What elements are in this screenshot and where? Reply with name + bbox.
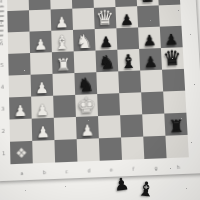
square-g4[interactable] bbox=[140, 70, 163, 93]
square-e6[interactable]: ♟ bbox=[95, 28, 118, 50]
square-f3[interactable] bbox=[119, 92, 142, 115]
rank-label-3: 3 bbox=[0, 97, 8, 119]
square-d1[interactable] bbox=[77, 138, 100, 161]
square-c5[interactable]: ♜ bbox=[52, 51, 75, 73]
square-e7[interactable]: ♛ bbox=[94, 7, 117, 29]
square-g7[interactable] bbox=[137, 5, 160, 27]
square-b7[interactable] bbox=[29, 9, 51, 31]
square-d3[interactable]: ♚ bbox=[75, 94, 98, 117]
square-a1[interactable]: ❖ bbox=[10, 141, 33, 164]
piece-white-knight-d6[interactable]: ♞ bbox=[76, 32, 94, 51]
file-label-f: f bbox=[122, 166, 145, 172]
file-label-d: d bbox=[78, 168, 101, 174]
captured-black-pawn[interactable]: ♟ bbox=[113, 175, 130, 194]
rank-label-4: 4 bbox=[0, 76, 7, 98]
square-g5[interactable]: ♟ bbox=[139, 48, 162, 70]
piece-white-pawn-d2[interactable]: ♟ bbox=[80, 123, 94, 139]
square-f4[interactable] bbox=[118, 71, 141, 94]
square-e1[interactable] bbox=[99, 137, 122, 160]
piece-white-pawn-b3[interactable]: ♟ bbox=[36, 103, 50, 119]
piece-white-queen-e7[interactable]: ♛ bbox=[95, 8, 114, 29]
square-d7[interactable] bbox=[72, 8, 94, 30]
piece-black-bishop-f5[interactable]: ♝ bbox=[120, 52, 138, 71]
rank-label-2: 2 bbox=[0, 120, 8, 143]
square-e4[interactable] bbox=[96, 71, 119, 94]
square-a5[interactable] bbox=[8, 53, 30, 76]
square-f2[interactable] bbox=[120, 114, 143, 137]
piece-black-pawn-g6[interactable]: ♟ bbox=[143, 34, 157, 49]
corner-ornament-icon: ❖ bbox=[15, 146, 27, 160]
file-label-c: c bbox=[55, 169, 78, 175]
square-c2[interactable] bbox=[54, 117, 77, 140]
piece-white-rook-c5[interactable]: ♜ bbox=[55, 56, 71, 73]
square-h5[interactable]: ♛ bbox=[161, 47, 184, 69]
square-f5[interactable]: ♝ bbox=[117, 49, 140, 71]
square-d5[interactable] bbox=[74, 51, 97, 73]
piece-white-king-d3[interactable]: ♚ bbox=[77, 95, 97, 117]
piece-white-pawn-a3[interactable]: ♟ bbox=[14, 104, 28, 120]
piece-white-pawn-b4[interactable]: ♟ bbox=[35, 81, 49, 96]
square-e3[interactable] bbox=[97, 93, 120, 116]
piece-black-pawn-g5[interactable]: ♟ bbox=[144, 55, 158, 70]
chess-board: ♚♟♛♟♟♝♞♟♟♟♜♞♝♟♛♟♞♟♟♚♟♟♜❖ abcdefgh 876543… bbox=[0, 0, 200, 181]
square-e5[interactable]: ♞ bbox=[96, 50, 119, 72]
piece-white-bishop-c6[interactable]: ♝ bbox=[54, 33, 71, 52]
square-c1[interactable] bbox=[54, 139, 77, 162]
board-grid: ♚♟♛♟♟♝♞♟♟♟♜♞♝♟♛♟♞♟♟♚♟♟♜❖ bbox=[7, 0, 189, 164]
square-b5[interactable] bbox=[30, 52, 52, 75]
rank-label-1: 1 bbox=[0, 142, 8, 165]
square-g2[interactable] bbox=[142, 114, 165, 137]
square-c7[interactable]: ♟ bbox=[51, 9, 73, 31]
square-d4[interactable]: ♞ bbox=[74, 72, 97, 95]
square-h3[interactable] bbox=[163, 91, 186, 114]
captured-black-bishop[interactable]: ♝ bbox=[136, 178, 156, 199]
square-f1[interactable] bbox=[121, 137, 144, 160]
square-c4[interactable] bbox=[53, 73, 76, 96]
piece-white-pawn-b2[interactable]: ♟ bbox=[36, 125, 50, 141]
file-label-a: a bbox=[11, 171, 33, 177]
piece-black-queen-h5[interactable]: ♛ bbox=[163, 48, 183, 69]
square-b2[interactable]: ♟ bbox=[32, 118, 55, 141]
file-label-e: e bbox=[100, 167, 123, 173]
square-a3[interactable]: ♟ bbox=[9, 97, 32, 120]
file-label-h: h bbox=[167, 164, 190, 170]
square-a7[interactable] bbox=[7, 10, 29, 32]
square-c6[interactable]: ♝ bbox=[51, 30, 73, 52]
square-g1[interactable] bbox=[143, 136, 166, 159]
file-labels: abcdefgh bbox=[11, 164, 190, 176]
square-b1[interactable] bbox=[32, 140, 55, 163]
square-a4[interactable] bbox=[9, 75, 31, 98]
piece-black-pawn-f7[interactable]: ♟ bbox=[120, 13, 134, 28]
chessboard-photo: ♚♟♛♟♟♝♞♟♟♟♜♞♝♟♛♟♞♟♟♚♟♟♜❖ abcdefgh 876543… bbox=[0, 0, 200, 200]
rank-label-5: 5 bbox=[0, 54, 7, 76]
file-label-b: b bbox=[33, 170, 56, 176]
square-h1[interactable] bbox=[165, 135, 188, 158]
square-b6[interactable]: ♟ bbox=[30, 31, 52, 53]
square-d6[interactable]: ♞ bbox=[73, 29, 96, 51]
square-h2[interactable]: ♜ bbox=[164, 113, 187, 136]
square-g3[interactable] bbox=[141, 92, 164, 115]
square-h4[interactable] bbox=[162, 69, 185, 92]
square-h7[interactable] bbox=[159, 5, 182, 27]
square-h6[interactable]: ♟ bbox=[160, 26, 183, 48]
square-b3[interactable]: ♟ bbox=[31, 96, 54, 119]
piece-white-pawn-c7[interactable]: ♟ bbox=[55, 16, 69, 31]
square-f7[interactable]: ♟ bbox=[115, 6, 138, 28]
square-b4[interactable]: ♟ bbox=[31, 74, 54, 97]
piece-white-pawn-b6[interactable]: ♟ bbox=[34, 38, 48, 53]
piece-black-pawn-e6[interactable]: ♟ bbox=[99, 35, 113, 50]
file-label-g: g bbox=[145, 165, 168, 171]
square-g6[interactable]: ♟ bbox=[138, 27, 161, 49]
square-d2[interactable]: ♟ bbox=[76, 116, 99, 139]
piece-black-rook-h2[interactable]: ♜ bbox=[168, 118, 184, 136]
piece-black-knight-e5[interactable]: ♞ bbox=[98, 53, 116, 72]
square-c3[interactable] bbox=[53, 95, 76, 118]
square-e2[interactable] bbox=[98, 115, 121, 138]
square-a2[interactable] bbox=[10, 119, 33, 142]
square-f6[interactable] bbox=[116, 27, 139, 49]
piece-black-knight-d4[interactable]: ♞ bbox=[77, 75, 95, 95]
square-a6[interactable] bbox=[8, 32, 30, 54]
